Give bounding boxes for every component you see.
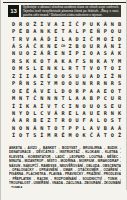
grid-cell-r11c3: T [24, 94, 31, 101]
grid-cell-r6c5: O [38, 57, 45, 64]
grid-cell-r9c7: M [52, 80, 59, 87]
grid-cell-r16c8: Ě [59, 132, 66, 139]
grid-cell-r10c12: A [88, 87, 95, 94]
instructions-text: Vyškrtejte v obrazci všechna uvedená slo… [23, 5, 119, 17]
grid-cell-r13c16: K [116, 109, 123, 116]
grid-cell-r6c15: Y [109, 57, 116, 64]
grid-cell-r5c6: Ř [45, 50, 52, 57]
grid-cell-r1c5: Í [38, 20, 45, 27]
grid-cell-r12c12: U [88, 102, 95, 109]
grid-cell-r6c1: R [10, 57, 17, 64]
grid-cell-r1c7: A [52, 20, 59, 27]
grid-cell-r3c6: Ď [45, 35, 52, 42]
grid-cell-r1c3: O [24, 20, 31, 27]
grid-cell-r1c8: I [59, 20, 66, 27]
grid-cell-r8c8: O [59, 72, 66, 79]
grid-cell-r13c1: N [10, 109, 17, 116]
grid-cell-r13c11: A [81, 109, 88, 116]
grid-cell-r11c12: B [88, 94, 95, 101]
grid-cell-r5c1: N [10, 50, 17, 57]
instructions-bar: Vyškrtejte v obrazci všechna uvedená slo… [21, 5, 121, 17]
grid-cell-r2c10: L [74, 27, 81, 34]
grid-cell-r6c13: K [95, 57, 102, 64]
grid-cell-r5c8: N [59, 50, 66, 57]
grid-cell-r2c4: A [31, 27, 38, 34]
grid-cell-r7c13: O [95, 65, 102, 72]
grid-cell-r4c2: S [17, 42, 24, 49]
grid-cell-r1c1: D [10, 20, 17, 27]
grid-cell-r14c7: T [52, 117, 59, 124]
grid-cell-r5c4: Z [31, 50, 38, 57]
grid-cell-r15c12: A [88, 124, 95, 131]
grid-cell-r16c11: K [81, 132, 88, 139]
grid-cell-r4c7: E [52, 42, 59, 49]
grid-cell-r3c12: Č [88, 35, 95, 42]
grid-cell-r3c13: M [95, 35, 102, 42]
grid-cell-r5c11: I [81, 50, 88, 57]
grid-cell-r2c15: O [109, 27, 116, 34]
grid-cell-r11c7: N [52, 94, 59, 101]
grid-cell-r7c8: L [59, 65, 66, 72]
grid-cell-r16c10: O [74, 132, 81, 139]
grid-cell-r12c3: K [24, 102, 31, 109]
grid-cell-r5c15: Á [109, 50, 116, 57]
grid-cell-r12c9: I [67, 102, 74, 109]
grid-cell-r8c15: Ž [109, 72, 116, 79]
grid-cell-r4c8: CH [59, 42, 66, 49]
grid-cell-r6c8: K [59, 57, 66, 64]
grid-cell-r9c12: R [88, 80, 95, 87]
grid-cell-r7c5: E [38, 65, 45, 72]
grid-cell-r13c10: L [74, 109, 81, 116]
grid-cell-r9c15: R [109, 80, 116, 87]
grid-cell-r2c13: Ň [95, 27, 102, 34]
grid-cell-r11c16: R [116, 94, 123, 101]
top-rule-divider [3, 2, 126, 3]
grid-cell-r12c10: N [74, 102, 81, 109]
grid-cell-r10c5: V [38, 87, 45, 94]
grid-cell-r4c5: K [38, 42, 45, 49]
grid-cell-r6c7: A [52, 57, 59, 64]
grid-cell-r12c5: Í [38, 102, 45, 109]
grid-cell-r8c1: Z [10, 72, 17, 79]
grid-cell-r12c8: C [59, 102, 66, 109]
grid-cell-r15c6: T [45, 124, 52, 131]
grid-cell-r1c15: N [109, 20, 116, 27]
grid-cell-r2c14: P [102, 27, 109, 34]
grid-cell-r4c12: U [88, 42, 95, 49]
grid-cell-r3c11: I [81, 35, 88, 42]
grid-cell-r7c3: S [24, 65, 31, 72]
grid-cell-r15c10: P [74, 124, 81, 131]
grid-cell-r7c6: N [45, 65, 52, 72]
grid-cell-r15c13: V [95, 124, 102, 131]
grid-cell-r1c14: Á [102, 20, 109, 27]
grid-cell-r11c1: M [10, 94, 17, 101]
grid-cell-r13c12: U [88, 109, 95, 116]
grid-cell-r9c13: R [95, 80, 102, 87]
grid-cell-r1c13: K [95, 20, 102, 27]
grid-cell-r4c6: N [45, 42, 52, 49]
grid-cell-r8c7: O [52, 72, 59, 79]
grid-cell-r3c16: D [116, 35, 123, 42]
word-list: ANKETA - AVÍZO - BANKET - BODYSET - BRUS… [9, 146, 121, 188]
grid-cell-r9c4: S [31, 80, 38, 87]
grid-cell-r14c3: R [24, 117, 31, 124]
grid-cell-r13c6: V [45, 109, 52, 116]
grid-cell-r6c2: S [17, 57, 24, 64]
grid-cell-r1c9: Í [67, 20, 74, 27]
grid-cell-r9c6: Y [45, 80, 52, 87]
grid-cell-r1c4: Ž [31, 20, 38, 27]
grid-cell-r7c4: L [31, 65, 38, 72]
grid-cell-r3c2: R [17, 35, 24, 42]
grid-cell-r14c12: A [88, 117, 95, 124]
grid-cell-r14c8: R [59, 117, 66, 124]
grid-cell-r12c6: V [45, 102, 52, 109]
grid-cell-r2c3: B [24, 27, 31, 34]
grid-cell-r12c13: O [95, 102, 102, 109]
grid-cell-r11c15: U [109, 94, 116, 101]
grid-cell-r3c1: T [10, 35, 17, 42]
grid-cell-r7c14: T [102, 65, 109, 72]
grid-cell-r7c2: M [17, 65, 24, 72]
grid-cell-r6c16: M [116, 57, 123, 64]
bottom-margin [1, 190, 127, 200]
grid-cell-r3c14: O [102, 35, 109, 42]
grid-cell-r1c11: P [81, 20, 88, 27]
grid-cell-r8c4: A [31, 72, 38, 79]
grid-cell-r2c7: E [52, 27, 59, 34]
grid-cell-r3c10: D [74, 35, 81, 42]
grid-cell-r8c6: Ě [45, 72, 52, 79]
grid-cell-r6c11: S [81, 57, 88, 64]
grid-cell-r15c8: T [59, 124, 66, 131]
grid-cell-r14c16: T [116, 117, 123, 124]
grid-cell-r10c1: O [10, 87, 17, 94]
grid-cell-r11c2: N [17, 94, 24, 101]
grid-cell-r4c4: Č [31, 42, 38, 49]
grid-cell-r15c3: N [24, 124, 31, 131]
grid-cell-r13c4: L [31, 109, 38, 116]
grid-cell-r16c4: S [31, 132, 38, 139]
grid-cell-r2c2: É [17, 27, 24, 34]
grid-cell-r11c10: A [74, 94, 81, 101]
grid-cell-r8c2: Í [17, 72, 24, 79]
grid-cell-r3c9: A [67, 35, 74, 42]
grid-cell-r5c3: O [24, 50, 31, 57]
grid-cell-r13c8: R [59, 109, 66, 116]
grid-cell-r1c10: Č [74, 20, 81, 27]
grid-cell-r10c3: Ě [24, 87, 31, 94]
grid-cell-r13c3: D [24, 109, 31, 116]
grid-cell-r9c5: Z [38, 80, 45, 87]
scanned-puzzle-page: 13 Vyškrtejte v obrazci všechna uvedená … [0, 0, 127, 200]
puzzle-number: 13 [10, 8, 17, 14]
grid-cell-r2c16: U [116, 27, 123, 34]
grid-cell-r6c14: A [102, 57, 109, 64]
grid-cell-r16c13: Á [95, 132, 102, 139]
grid-cell-r13c7: Á [52, 109, 59, 116]
grid-cell-r15c9: P [67, 124, 74, 131]
grid-cell-r12c1: Í [10, 102, 17, 109]
grid-cell-r14c11: F [81, 117, 88, 124]
grid-cell-r14c10: U [74, 117, 81, 124]
grid-cell-r8c11: U [81, 72, 88, 79]
grid-cell-r11c13: P [95, 94, 102, 101]
grid-cell-r2c11: P [81, 27, 88, 34]
grid-cell-r15c16: Á [116, 124, 123, 131]
grid-cell-r11c5: N [38, 94, 45, 101]
grid-cell-r10c10: R [74, 87, 81, 94]
grid-cell-r5c12: O [88, 50, 95, 57]
grid-cell-r9c2: Ř [17, 80, 24, 87]
grid-cell-r11c8: T [59, 94, 66, 101]
grid-cell-r14c9: O [67, 117, 74, 124]
grid-cell-r6c9: A [67, 57, 74, 64]
puzzle-number-badge: 13 [8, 5, 19, 17]
grid-cell-r1c6: V [45, 20, 52, 27]
grid-cell-r1c16: B [116, 20, 123, 27]
grid-cell-r2c6: K [45, 27, 52, 34]
grid-cell-r10c15: O [109, 87, 116, 94]
grid-cell-r16c9: M [67, 132, 74, 139]
grid-cell-r15c7: O [52, 124, 59, 131]
grid-cell-r14c5: E [38, 117, 45, 124]
grid-cell-r4c15: N [109, 42, 116, 49]
grid-cell-r4c11: O [81, 42, 88, 49]
grid-cell-r4c3: Á [24, 42, 31, 49]
grid-cell-r16c6: M [45, 132, 52, 139]
grid-cell-r14c4: B [31, 117, 38, 124]
grid-cell-r7c11: T [81, 65, 88, 72]
grid-cell-r10c9: O [67, 87, 74, 94]
grid-cell-r8c10: U [74, 72, 81, 79]
grid-cell-r4c1: Á [10, 42, 17, 49]
grid-cell-r6c3: K [24, 57, 31, 64]
grid-cell-r14c14: O [102, 117, 109, 124]
grid-cell-r12c7: T [52, 102, 59, 109]
grid-cell-r5c2: U [17, 50, 24, 57]
grid-cell-r14c13: L [95, 117, 102, 124]
grid-cell-r15c14: B [102, 124, 109, 131]
grid-cell-r5c13: A [95, 50, 102, 57]
grid-cell-r9c10: U [74, 80, 81, 87]
grid-cell-r8c9: S [67, 72, 74, 79]
grid-cell-r11c4: Č [31, 94, 38, 101]
grid-cell-r9c14: N [102, 80, 109, 87]
grid-cell-r3c5: Á [38, 35, 45, 42]
grid-cell-r8c16: N [116, 72, 123, 79]
grid-cell-r4c10: B [74, 42, 81, 49]
grid-cell-r9c9: O [67, 80, 74, 87]
grid-cell-r13c9: E [67, 109, 74, 116]
grid-cell-r14c15: S [109, 117, 116, 124]
grid-cell-r5c10: P [74, 50, 81, 57]
grid-cell-r14c6: Z [45, 117, 52, 124]
grid-cell-r9c1: P [10, 80, 17, 87]
grid-cell-r12c4: A [31, 102, 38, 109]
grid-cell-r8c14: I [102, 72, 109, 79]
grid-cell-r7c9: R [67, 65, 74, 72]
grid-cell-r6c4: K [31, 57, 38, 64]
grid-cell-r2c8: T [59, 27, 66, 34]
grid-cell-r12c11: O [81, 102, 88, 109]
grid-cell-r11c11: A [81, 94, 88, 101]
grid-cell-r1c12: U [88, 20, 95, 27]
grid-cell-r5c14: S [102, 50, 109, 57]
grid-cell-r14c1: Á [10, 117, 17, 124]
grid-cell-r7c16: I [116, 65, 123, 72]
grid-cell-r8c13: D [95, 72, 102, 79]
grid-cell-r10c14: E [102, 87, 109, 94]
grid-cell-r4c9: Z [67, 42, 74, 49]
grid-cell-r7c10: T [74, 65, 81, 72]
grid-cell-r13c15: N [109, 109, 116, 116]
grid-cell-r10c4: Á [31, 87, 38, 94]
grid-cell-r11c6: N [45, 94, 52, 101]
grid-cell-r3c8: L [59, 35, 66, 42]
grid-cell-r16c2: O [17, 132, 24, 139]
grid-cell-r16c3: T [24, 132, 31, 139]
grid-cell-r2c12: E [88, 27, 95, 34]
grid-cell-r12c2: Í [17, 102, 24, 109]
grid-cell-r16c15: O [109, 132, 116, 139]
grid-cell-r5c16: K [116, 50, 123, 57]
grid-cell-r3c3: V [24, 35, 31, 42]
grid-cell-r15c4: Á [31, 124, 38, 131]
grid-cell-r5c5: Á [38, 50, 45, 57]
grid-cell-r10c6: E [45, 87, 52, 94]
grid-cell-r8c5: E [38, 72, 45, 79]
grid-cell-r12c15: E [109, 102, 116, 109]
grid-cell-r6c10: F [74, 57, 81, 64]
grid-cell-r9c11: N [81, 80, 88, 87]
grid-cell-r10c11: P [81, 87, 88, 94]
grid-cell-r9c8: O [59, 80, 66, 87]
grid-cell-r15c15: A [109, 124, 116, 131]
grid-cell-r7c12: V [88, 65, 95, 72]
grid-cell-r16c7: R [52, 132, 59, 139]
grid-cell-r8c3: I [24, 72, 31, 79]
grid-cell-r7c7: K [52, 65, 59, 72]
grid-cell-r16c14: T [102, 132, 109, 139]
grid-cell-r4c14: Á [102, 42, 109, 49]
grid-cell-r16c12: Č [88, 132, 95, 139]
grid-cell-r9c16: S [116, 80, 123, 87]
grid-cell-r3c15: Í [109, 35, 116, 42]
grid-cell-r15c1: N [10, 124, 17, 131]
grid-cell-r15c5: N [38, 124, 45, 131]
grid-cell-r13c2: Y [17, 109, 24, 116]
grid-cell-r6c6: T [45, 57, 52, 64]
grid-cell-r2c1: P [10, 27, 17, 34]
grid-cell-r2c5: N [38, 27, 45, 34]
grid-cell-r7c15: O [109, 65, 116, 72]
grid-cell-r8c12: A [88, 72, 95, 79]
grid-cell-r3c4: A [31, 35, 38, 42]
grid-cell-r2c9: A [67, 27, 74, 34]
grid-cell-r15c11: L [81, 124, 88, 131]
grid-cell-r3c7: Í [52, 35, 59, 42]
grid-cell-r10c8: D [59, 87, 66, 94]
grid-cell-r1c2: R [17, 20, 24, 27]
letter-grid: DROŽÍVAIÍČPUKÁNBPÉBANKETALPEŇPOUTRVAÁĎÍL… [10, 20, 123, 139]
grid-cell-r16c5: Í [38, 132, 45, 139]
grid-cell-r13c14: R [102, 109, 109, 116]
grid-cell-r6c12: N [88, 57, 95, 64]
grid-cell-r13c5: C [38, 109, 45, 116]
grid-cell-r10c2: E [17, 87, 24, 94]
grid-cell-r9c3: N [24, 80, 31, 87]
grid-cell-r7c1: O [10, 65, 17, 72]
grid-cell-r15c2: O [17, 124, 24, 131]
grid-cell-r4c13: R [95, 42, 102, 49]
grid-cell-r12c14: S [102, 102, 109, 109]
grid-cell-r14c2: A [17, 117, 24, 124]
grid-cell-r5c9: Í [67, 50, 74, 57]
grid-cell-r13c13: E [95, 109, 102, 116]
grid-cell-r11c9: L [67, 94, 74, 101]
grid-cell-r10c16: T [116, 87, 123, 94]
grid-cell-r4c16: Í [116, 42, 123, 49]
grid-cell-r16c1: Í [10, 132, 17, 139]
grid-cell-r10c7: L [52, 87, 59, 94]
grid-cell-r10c13: A [95, 87, 102, 94]
grid-cell-r16c16: Ž [116, 132, 123, 139]
grid-cell-r11c14: C [102, 94, 109, 101]
grid-cell-r12c16: U [116, 102, 123, 109]
grid-cell-r5c7: E [52, 50, 59, 57]
